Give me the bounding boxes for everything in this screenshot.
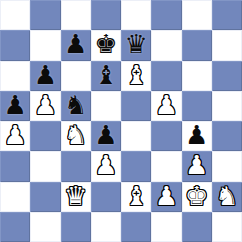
square-e3[interactable] <box>121 151 151 181</box>
piece-white-pawn[interactable]: ♟ <box>185 152 208 178</box>
square-g7[interactable] <box>182 30 212 60</box>
piece-white-bishop[interactable]: ♝ <box>124 183 147 209</box>
square-d1[interactable] <box>91 212 121 242</box>
square-c8[interactable] <box>61 0 91 30</box>
square-e1[interactable] <box>121 212 151 242</box>
square-g8[interactable] <box>182 0 212 30</box>
piece-black-bishop[interactable]: ♝ <box>94 62 117 88</box>
square-c6[interactable] <box>61 61 91 91</box>
square-f4[interactable] <box>151 121 181 151</box>
square-c7[interactable]: ♟ <box>61 30 91 60</box>
square-f8[interactable] <box>151 0 181 30</box>
square-b2[interactable] <box>30 182 60 212</box>
piece-black-king[interactable]: ♚ <box>94 31 117 57</box>
square-h1[interactable] <box>212 212 242 242</box>
piece-white-queen[interactable]: ♛ <box>64 183 87 209</box>
square-b3[interactable] <box>30 151 60 181</box>
piece-black-pawn[interactable]: ♟ <box>185 122 208 148</box>
square-g5[interactable] <box>182 91 212 121</box>
square-f7[interactable] <box>151 30 181 60</box>
square-c2[interactable]: ♛ <box>61 182 91 212</box>
square-f5[interactable]: ♟ <box>151 91 181 121</box>
square-c5[interactable]: ♞ <box>61 91 91 121</box>
piece-white-knight[interactable]: ♞ <box>215 183 238 209</box>
square-a8[interactable] <box>0 0 30 30</box>
square-d8[interactable] <box>91 0 121 30</box>
square-h7[interactable] <box>212 30 242 60</box>
square-f1[interactable] <box>151 212 181 242</box>
square-d6[interactable]: ♝ <box>91 61 121 91</box>
square-d4[interactable]: ♟ <box>91 121 121 151</box>
square-f3[interactable] <box>151 151 181 181</box>
square-a6[interactable] <box>0 61 30 91</box>
square-b6[interactable]: ♟ <box>30 61 60 91</box>
square-a2[interactable] <box>0 182 30 212</box>
square-e4[interactable] <box>121 121 151 151</box>
square-b4[interactable] <box>30 121 60 151</box>
square-g2[interactable]: ♚ <box>182 182 212 212</box>
square-d2[interactable] <box>91 182 121 212</box>
square-a4[interactable]: ♟ <box>0 121 30 151</box>
square-d5[interactable] <box>91 91 121 121</box>
square-e5[interactable] <box>121 91 151 121</box>
square-a3[interactable] <box>0 151 30 181</box>
piece-white-pawn[interactable]: ♟ <box>3 122 26 148</box>
square-g1[interactable] <box>182 212 212 242</box>
square-a1[interactable] <box>0 212 30 242</box>
square-g3[interactable]: ♟ <box>182 151 212 181</box>
square-e2[interactable]: ♝ <box>121 182 151 212</box>
square-c4[interactable]: ♞ <box>61 121 91 151</box>
piece-black-queen[interactable]: ♛ <box>124 31 147 57</box>
square-a5[interactable]: ♟ <box>0 91 30 121</box>
chess-board: ♟♚♛♟♝♝♟♟♞♟♟♞♟♟♟♟♛♝♟♚♞ <box>0 0 242 242</box>
piece-black-pawn[interactable]: ♟ <box>34 62 57 88</box>
piece-white-pawn[interactable]: ♟ <box>155 183 178 209</box>
piece-black-pawn[interactable]: ♟ <box>64 31 87 57</box>
square-b5[interactable]: ♟ <box>30 91 60 121</box>
piece-black-pawn[interactable]: ♟ <box>3 92 26 118</box>
square-h8[interactable] <box>212 0 242 30</box>
square-e8[interactable] <box>121 0 151 30</box>
square-b8[interactable] <box>30 0 60 30</box>
square-a7[interactable] <box>0 30 30 60</box>
piece-white-knight[interactable]: ♞ <box>64 122 87 148</box>
square-h2[interactable]: ♞ <box>212 182 242 212</box>
square-h3[interactable] <box>212 151 242 181</box>
square-h5[interactable] <box>212 91 242 121</box>
square-c1[interactable] <box>61 212 91 242</box>
piece-white-bishop[interactable]: ♝ <box>124 62 147 88</box>
square-d3[interactable]: ♟ <box>91 151 121 181</box>
square-g6[interactable] <box>182 61 212 91</box>
piece-black-knight[interactable]: ♞ <box>64 92 87 118</box>
square-h6[interactable] <box>212 61 242 91</box>
square-f6[interactable] <box>151 61 181 91</box>
piece-white-pawn[interactable]: ♟ <box>94 152 117 178</box>
piece-white-pawn[interactable]: ♟ <box>34 92 57 118</box>
piece-white-king[interactable]: ♚ <box>185 183 208 209</box>
square-f2[interactable]: ♟ <box>151 182 181 212</box>
square-g4[interactable]: ♟ <box>182 121 212 151</box>
square-e6[interactable]: ♝ <box>121 61 151 91</box>
square-c3[interactable] <box>61 151 91 181</box>
square-b7[interactable] <box>30 30 60 60</box>
square-e7[interactable]: ♛ <box>121 30 151 60</box>
square-d7[interactable]: ♚ <box>91 30 121 60</box>
square-b1[interactable] <box>30 212 60 242</box>
square-h4[interactable] <box>212 121 242 151</box>
piece-white-pawn[interactable]: ♟ <box>155 92 178 118</box>
piece-black-pawn[interactable]: ♟ <box>94 122 117 148</box>
